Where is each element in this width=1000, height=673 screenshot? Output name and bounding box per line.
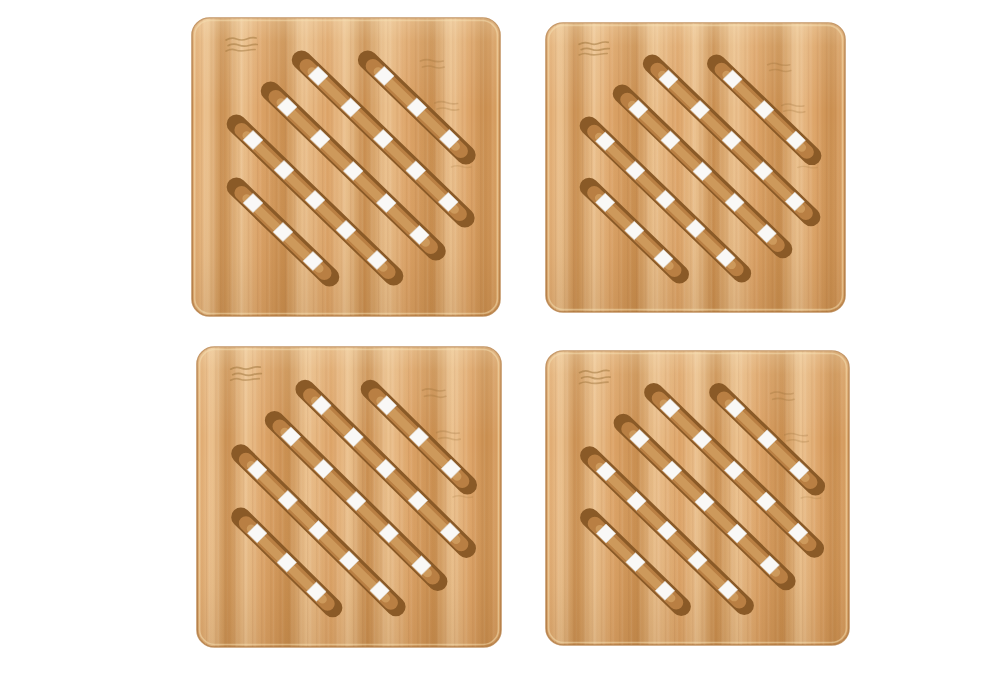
trivet-top-left <box>191 17 501 317</box>
trivet-bottom-left <box>196 346 502 648</box>
trivet <box>192 18 500 316</box>
trivet-bottom-right <box>545 350 850 646</box>
product-photo-canvas <box>0 0 1000 673</box>
trivet <box>546 23 845 312</box>
trivet <box>197 347 501 647</box>
trivet-top-right <box>545 22 846 313</box>
trivet <box>546 351 849 645</box>
